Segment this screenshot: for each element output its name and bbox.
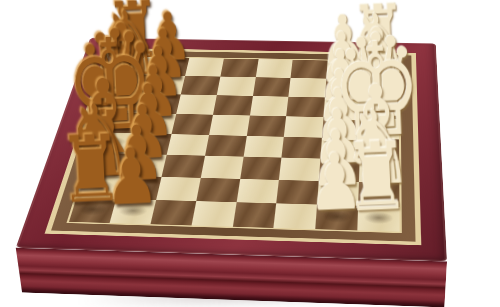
board-square[interactable] xyxy=(184,58,223,76)
board-square[interactable] xyxy=(171,114,212,135)
board-square[interactable] xyxy=(216,77,255,96)
product-photo: ♜♟♟♜♞♟♟♞♝♟♟♝♛♟♟♛♚♟♟♚♝♟♟♝♞♟♟♞♜♟♟♜ xyxy=(0,0,500,307)
board-square[interactable] xyxy=(212,95,252,115)
board-square[interactable] xyxy=(249,96,288,116)
piece-white-rook[interactable]: ♜ xyxy=(341,128,411,225)
board-square[interactable] xyxy=(180,76,219,95)
board-square[interactable] xyxy=(239,157,281,180)
board-square[interactable] xyxy=(220,59,258,78)
board-square[interactable] xyxy=(252,77,290,96)
board-square[interactable] xyxy=(200,156,243,179)
board-square[interactable] xyxy=(232,202,276,228)
board-square[interactable] xyxy=(255,59,293,78)
chess-board-box: ♜♟♟♜♞♟♟♞♝♟♟♝♛♟♟♛♚♟♟♚♝♟♟♝♞♟♟♞♜♟♟♜ xyxy=(15,38,446,262)
board-square[interactable] xyxy=(204,135,246,157)
board-square[interactable] xyxy=(176,94,216,114)
board-square[interactable] xyxy=(246,115,286,136)
board-square[interactable] xyxy=(208,115,249,136)
scene-3d: ♜♟♟♜♞♟♟♞♝♟♟♝♛♟♟♛♚♟♟♚♝♟♟♝♞♟♟♞♜♟♟♜ xyxy=(0,0,500,307)
board-square[interactable] xyxy=(191,201,236,227)
board-square[interactable] xyxy=(195,178,239,202)
piece-black-pawn[interactable]: ♟ xyxy=(102,137,159,217)
board-square[interactable] xyxy=(243,136,284,158)
camera-roll-wrapper: ♜♟♟♜♞♟♟♞♝♟♟♝♛♟♟♛♚♟♟♚♝♟♟♝♞♟♟♞♜♟♟♜ xyxy=(0,0,500,307)
board-square[interactable] xyxy=(236,179,279,203)
